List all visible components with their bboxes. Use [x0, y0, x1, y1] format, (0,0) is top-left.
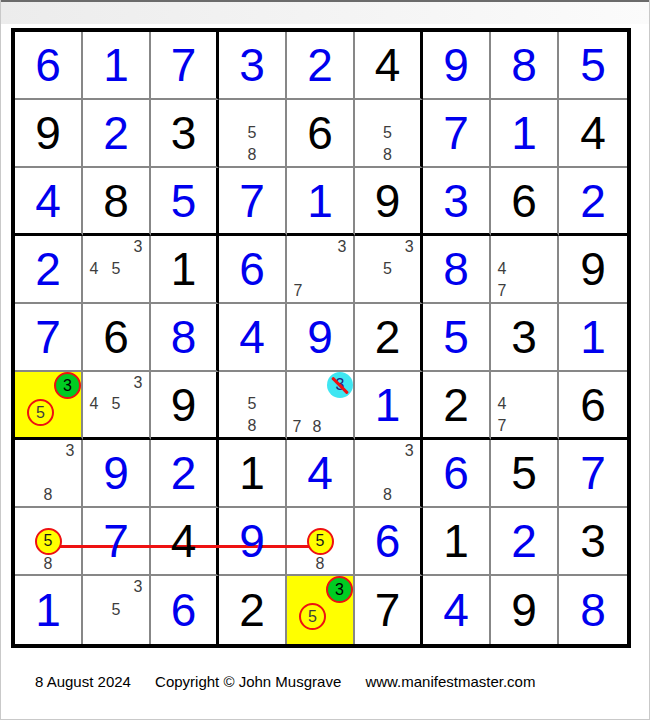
pencilmark-grid: 58: [355, 100, 420, 166]
pencilmark-grid: 38: [15, 440, 81, 506]
cell-r4c3[interactable]: 1: [151, 236, 219, 304]
solved-digit: 9: [443, 42, 469, 88]
cell-r6c9[interactable]: 6: [559, 372, 627, 440]
given-digit: 1: [239, 450, 265, 496]
solved-digit: 1: [307, 178, 333, 224]
pencilmark-8: 8: [377, 144, 399, 166]
pencilmark-3: 3: [326, 576, 353, 603]
cell-r9c2[interactable]: 35: [83, 576, 151, 644]
cell-r1c6[interactable]: 4: [355, 32, 423, 100]
cell-r4c7[interactable]: 8: [423, 236, 491, 304]
solved-digit: 8: [580, 587, 606, 633]
cell-r7c5[interactable]: 4: [287, 440, 355, 508]
cell-r1c7[interactable]: 9: [423, 32, 491, 100]
cell-r3c7[interactable]: 3: [423, 168, 491, 236]
cell-r6c2[interactable]: 345: [83, 372, 151, 440]
given-digit: 6: [103, 314, 129, 360]
cell-r9c7[interactable]: 4: [423, 576, 491, 644]
cell-r8c5[interactable]: 58: [287, 508, 355, 576]
given-digit: 2: [239, 587, 265, 633]
given-digit: 3: [580, 518, 606, 564]
given-digit: 3: [171, 110, 197, 156]
pencilmark-grid: 345: [83, 236, 149, 302]
cell-r5c4[interactable]: 4: [219, 304, 287, 372]
cell-r6c5[interactable]: 378: [287, 372, 355, 440]
solved-digit: 6: [35, 42, 61, 88]
pencilmark-grid: 58: [219, 372, 285, 437]
pencilmark-5: 5: [377, 122, 399, 144]
solved-digit: 9: [103, 450, 129, 496]
given-digit: 7: [375, 587, 401, 633]
solved-digit: 8: [511, 42, 537, 88]
cell-r1c3[interactable]: 7: [151, 32, 219, 100]
given-digit: 2: [375, 314, 401, 360]
pencilmark-4: 4: [491, 394, 513, 416]
header-strip: [1, 0, 650, 24]
footer-copyright: Copyright © John Musgrave: [155, 673, 341, 690]
cell-r8c9[interactable]: 3: [559, 508, 627, 576]
pencilmark-grid: 37: [287, 236, 353, 302]
cell-r7c7[interactable]: 6: [423, 440, 491, 508]
solved-digit: 1: [580, 314, 606, 360]
pencilmark-3: 3: [398, 236, 420, 258]
pencilmark-grid: 35: [15, 372, 81, 437]
pencilmark-8: 8: [307, 555, 334, 575]
given-digit: 9: [35, 110, 61, 156]
solved-digit: 1: [375, 382, 401, 428]
pencilmark-3: 3: [59, 440, 81, 462]
pencilmark-grid: 345: [83, 372, 149, 437]
red-ring-circle: 5: [27, 399, 54, 426]
solved-digit: 4: [35, 178, 61, 224]
sudoku-page: 6173249859235865871448571936223451637358…: [0, 0, 650, 720]
pencilmark-5: 5: [241, 122, 263, 144]
solved-digit: 2: [103, 110, 129, 156]
solved-digit: 2: [511, 518, 537, 564]
cell-r5c1[interactable]: 7: [15, 304, 83, 372]
pencilmark-8: 8: [35, 555, 62, 575]
pencilmark-grid: 47: [491, 372, 557, 437]
pencilmark-grid: 58: [15, 508, 81, 574]
footer-date: 8 August 2024: [35, 673, 131, 690]
pencilmark-5: 5: [105, 258, 127, 280]
pencilmark-5: 5: [27, 399, 54, 426]
given-digit: 9: [375, 178, 401, 224]
pencilmark-3: 3: [331, 236, 353, 258]
cell-r9c3[interactable]: 6: [151, 576, 219, 644]
solved-digit: 2: [307, 42, 333, 88]
cell-r1c4[interactable]: 3: [219, 32, 287, 100]
given-digit: 5: [511, 450, 537, 496]
pencilmark-3: 3: [127, 236, 149, 258]
solved-digit: 1: [103, 42, 129, 88]
cell-r3c1[interactable]: 4: [15, 168, 83, 236]
solved-digit: 7: [171, 42, 197, 88]
cell-r4c5[interactable]: 37: [287, 236, 355, 304]
green-candidate-disc: 3: [54, 372, 81, 399]
pencilmark-7: 7: [491, 415, 513, 437]
pencilmark-7: 7: [491, 280, 513, 302]
solved-digit: 3: [443, 178, 469, 224]
cell-r9c1[interactable]: 1: [15, 576, 83, 644]
pencilmark-7: 7: [287, 418, 307, 438]
pencilmark-8: 8: [377, 484, 399, 506]
cell-r4c1[interactable]: 2: [15, 236, 83, 304]
pencilmark-4: 4: [491, 258, 513, 280]
solved-digit: 8: [171, 314, 197, 360]
cell-r7c9[interactable]: 7: [559, 440, 627, 508]
cell-r7c6[interactable]: 38: [355, 440, 423, 508]
given-digit: 9: [171, 382, 197, 428]
pencilmark-8: 8: [37, 484, 59, 506]
cell-r9c9[interactable]: 8: [559, 576, 627, 644]
solved-digit: 6: [239, 246, 265, 292]
cell-r1c1[interactable]: 6: [15, 32, 83, 100]
solved-digit: 5: [171, 178, 197, 224]
pencilmark-5: 5: [35, 528, 62, 555]
cell-r4c4[interactable]: 6: [219, 236, 287, 304]
pencilmark-5: 5: [299, 603, 326, 630]
pencilmark-grid: 35: [287, 576, 353, 644]
pencilmark-8: 8: [241, 144, 263, 166]
given-digit: 3: [511, 314, 537, 360]
cell-r3c8[interactable]: 6: [491, 168, 559, 236]
solved-digit: 4: [239, 314, 265, 360]
pencilmark-8: 8: [241, 415, 263, 437]
cell-r5c8[interactable]: 3: [491, 304, 559, 372]
given-digit: 6: [307, 110, 333, 156]
strikethrough-icon: [331, 376, 349, 394]
cell-r3c5[interactable]: 1: [287, 168, 355, 236]
link-endpoint-disc: 5: [35, 528, 62, 555]
cell-r4c6[interactable]: 35: [355, 236, 423, 304]
cell-r6c8[interactable]: 47: [491, 372, 559, 440]
cell-r4c2[interactable]: 345: [83, 236, 151, 304]
pencilmark-grid: 35: [83, 576, 149, 644]
cell-r5c6[interactable]: 2: [355, 304, 423, 372]
cell-r1c5[interactable]: 2: [287, 32, 355, 100]
solved-digit: 4: [307, 450, 333, 496]
cell-r4c9[interactable]: 9: [559, 236, 627, 304]
cell-r2c5[interactable]: 6: [287, 100, 355, 168]
cell-r6c6[interactable]: 1: [355, 372, 423, 440]
given-digit: 8: [103, 178, 129, 224]
solved-digit: 8: [443, 246, 469, 292]
cell-r3c2[interactable]: 8: [83, 168, 151, 236]
cell-r3c3[interactable]: 5: [151, 168, 219, 236]
pencilmark-grid: 58: [219, 100, 285, 166]
cell-r5c7[interactable]: 5: [423, 304, 491, 372]
pencilmark-3: 3: [127, 576, 149, 599]
cell-r3c4[interactable]: 7: [219, 168, 287, 236]
solved-digit: 3: [239, 42, 265, 88]
given-digit: 1: [443, 518, 469, 564]
cell-r7c2[interactable]: 9: [83, 440, 151, 508]
solved-digit: 2: [35, 246, 61, 292]
pencilmark-8: 8: [307, 418, 327, 438]
solved-digit: 7: [35, 314, 61, 360]
solved-digit: 1: [35, 587, 61, 633]
solved-digit: 6: [171, 587, 197, 633]
solved-digit: 9: [239, 518, 265, 564]
red-ring-circle: 5: [299, 603, 326, 630]
cell-r9c4[interactable]: 2: [219, 576, 287, 644]
cell-r8c8[interactable]: 2: [491, 508, 559, 576]
solved-digit: 7: [239, 178, 265, 224]
pencilmark-3: 3: [127, 372, 149, 394]
cell-r8c7[interactable]: 1: [423, 508, 491, 576]
cell-r2c4[interactable]: 58: [219, 100, 287, 168]
given-digit: 1: [171, 246, 197, 292]
pencilmark-5: 5: [377, 258, 399, 280]
cell-r5c5[interactable]: 9: [287, 304, 355, 372]
cell-r8c1[interactable]: 58: [15, 508, 83, 576]
solved-digit: 7: [580, 450, 606, 496]
cell-r2c7[interactable]: 7: [423, 100, 491, 168]
cell-r7c1[interactable]: 38: [15, 440, 83, 508]
cell-r3c6[interactable]: 9: [355, 168, 423, 236]
cell-r2c6[interactable]: 58: [355, 100, 423, 168]
solved-digit: 4: [443, 587, 469, 633]
given-digit: 6: [580, 382, 606, 428]
cell-r8c3[interactable]: 4: [151, 508, 219, 576]
given-digit: 4: [580, 110, 606, 156]
pencilmark-4: 4: [83, 394, 105, 416]
cell-r9c5[interactable]: 35: [287, 576, 355, 644]
cell-r5c2[interactable]: 6: [83, 304, 151, 372]
footer: 8 August 2024 Copyright © John Musgrave …: [35, 673, 555, 690]
cell-r7c8[interactable]: 5: [491, 440, 559, 508]
cell-r1c2[interactable]: 1: [83, 32, 151, 100]
pencilmark-3: 3: [54, 372, 81, 399]
pencilmark-3: 3: [398, 440, 420, 462]
pencilmark-grid: 58: [287, 508, 353, 574]
solved-digit: 6: [443, 450, 469, 496]
solved-digit: 2: [580, 178, 606, 224]
given-digit: 6: [511, 178, 537, 224]
cell-r2c1[interactable]: 9: [15, 100, 83, 168]
pencilmark-5: 5: [307, 528, 334, 555]
cell-r2c8[interactable]: 1: [491, 100, 559, 168]
cell-r1c8[interactable]: 8: [491, 32, 559, 100]
solved-digit: 7: [103, 518, 129, 564]
given-digit: 9: [511, 587, 537, 633]
given-digit: 9: [580, 246, 606, 292]
pencilmark-5: 5: [241, 394, 263, 416]
pencilmark-grid: 38: [355, 440, 420, 506]
cell-r6c3[interactable]: 9: [151, 372, 219, 440]
cell-r4c8[interactable]: 47: [491, 236, 559, 304]
link-endpoint-disc: 5: [307, 528, 334, 555]
cell-r9c6[interactable]: 7: [355, 576, 423, 644]
solved-digit: 5: [580, 42, 606, 88]
cell-r7c3[interactable]: 2: [151, 440, 219, 508]
sudoku-board: 6173249859235865871448571936223451637358…: [11, 28, 631, 648]
cell-r5c3[interactable]: 8: [151, 304, 219, 372]
footer-website: www.manifestmaster.com: [365, 673, 535, 690]
solved-digit: 5: [443, 314, 469, 360]
cell-r5c9[interactable]: 1: [559, 304, 627, 372]
eliminated-candidate-disc: 3: [327, 372, 353, 398]
given-digit: 4: [171, 518, 197, 564]
pencilmark-5: 5: [105, 394, 127, 416]
cell-r2c2[interactable]: 2: [83, 100, 151, 168]
cell-r8c6[interactable]: 6: [355, 508, 423, 576]
solved-digit: 7: [443, 110, 469, 156]
cell-r8c4[interactable]: 9: [219, 508, 287, 576]
cell-r3c9[interactable]: 2: [559, 168, 627, 236]
cell-r9c8[interactable]: 9: [491, 576, 559, 644]
cell-r1c9[interactable]: 5: [559, 32, 627, 100]
pencilmark-grid: 378: [287, 372, 353, 437]
cell-r6c7[interactable]: 2: [423, 372, 491, 440]
green-candidate-disc: 3: [326, 576, 353, 603]
pencilmark-3: 3: [327, 372, 353, 398]
pencilmark-grid: 35: [355, 236, 420, 302]
pencilmark-4: 4: [83, 258, 105, 280]
cell-r2c3[interactable]: 3: [151, 100, 219, 168]
cell-r2c9[interactable]: 4: [559, 100, 627, 168]
solved-digit: 9: [307, 314, 333, 360]
solved-digit: 2: [171, 450, 197, 496]
given-digit: 2: [443, 382, 469, 428]
cell-r6c4[interactable]: 58: [219, 372, 287, 440]
given-digit: 4: [375, 42, 401, 88]
cell-r8c2[interactable]: 7: [83, 508, 151, 576]
pencilmark-5: 5: [105, 599, 127, 622]
pencilmark-7: 7: [287, 280, 309, 302]
cell-r7c4[interactable]: 1: [219, 440, 287, 508]
solved-digit: 6: [375, 518, 401, 564]
solved-digit: 1: [511, 110, 537, 156]
cell-r6c1[interactable]: 35: [15, 372, 83, 440]
pencilmark-grid: 47: [491, 236, 557, 302]
